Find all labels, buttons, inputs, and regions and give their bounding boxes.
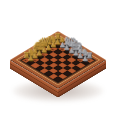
gold-pawn: ♟ — [24, 56, 37, 63]
silver-pawn: ♟ — [78, 56, 91, 63]
square-h1 — [53, 76, 62, 81]
chess-board: ♜♟♝♛♚♝♞♜♞♟♟♟♟♟♟♟♝♟♛♟♚♟♝♟♞♟♜♟ — [10, 31, 106, 89]
chess-chest-box: ♜♟♝♛♚♝♞♜♞♟♟♟♟♟♟♟♝♟♛♟♚♟♝♟♞♟♜♟ — [10, 31, 106, 89]
chess-set-product-photo: ♜♟♝♛♚♝♞♜♞♟♟♟♟♟♟♟♝♟♛♟♚♟♝♟♞♟♜♟ — [0, 0, 120, 120]
square-e5 — [58, 57, 67, 62]
square-g5 — [67, 63, 76, 68]
